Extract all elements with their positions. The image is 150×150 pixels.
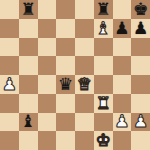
square-b7[interactable] [19,19,38,38]
white-queen[interactable]: ♛ [77,75,92,92]
square-e7[interactable] [75,19,94,38]
square-b4[interactable] [19,75,38,94]
square-f3[interactable]: ♜ [94,94,113,113]
square-h7[interactable]: ♟ [131,19,150,38]
square-g8[interactable] [113,0,132,19]
square-h3[interactable] [131,94,150,113]
white-king[interactable]: ♚ [96,132,111,149]
square-a5[interactable] [0,56,19,75]
black-rook[interactable]: ♜ [21,0,36,17]
black-pawn[interactable]: ♟ [133,19,148,36]
square-h6[interactable] [131,38,150,57]
square-b2[interactable]: ♝ [19,113,38,132]
square-g7[interactable]: ♟ [113,19,132,38]
square-a7[interactable] [0,19,19,38]
square-d8[interactable] [56,0,75,19]
square-d2[interactable] [56,113,75,132]
black-king[interactable]: ♚ [133,0,148,17]
white-pawn[interactable]: ♟ [114,113,129,130]
black-queen[interactable]: ♛ [58,75,73,92]
square-d5[interactable] [56,56,75,75]
square-c4[interactable] [38,75,57,94]
white-pawn[interactable]: ♟ [133,113,148,130]
square-h4[interactable] [131,75,150,94]
square-c5[interactable] [38,56,57,75]
chess-board: ♜♜♚♝♟♟♟♛♛♜♝♟♟♚ [0,0,150,150]
square-d1[interactable] [56,131,75,150]
square-h2[interactable]: ♟ [131,113,150,132]
square-e5[interactable] [75,56,94,75]
square-c3[interactable] [38,94,57,113]
square-c2[interactable] [38,113,57,132]
square-d3[interactable] [56,94,75,113]
square-e2[interactable] [75,113,94,132]
square-d7[interactable] [56,19,75,38]
square-c1[interactable] [38,131,57,150]
square-f5[interactable] [94,56,113,75]
square-a2[interactable] [0,113,19,132]
square-f1[interactable]: ♚ [94,131,113,150]
square-b3[interactable] [19,94,38,113]
square-f8[interactable]: ♜ [94,0,113,19]
square-h1[interactable] [131,131,150,150]
square-b5[interactable] [19,56,38,75]
square-d4[interactable]: ♛ [56,75,75,94]
square-g6[interactable] [113,38,132,57]
black-pawn[interactable]: ♟ [114,19,129,36]
square-h5[interactable] [131,56,150,75]
square-f2[interactable] [94,113,113,132]
square-b6[interactable] [19,38,38,57]
square-c7[interactable] [38,19,57,38]
square-g4[interactable] [113,75,132,94]
square-f7[interactable]: ♝ [94,19,113,38]
white-bishop[interactable]: ♝ [96,19,111,36]
square-b1[interactable] [19,131,38,150]
square-f6[interactable] [94,38,113,57]
square-e1[interactable] [75,131,94,150]
square-g2[interactable]: ♟ [113,113,132,132]
black-rook[interactable]: ♜ [96,0,111,17]
square-e3[interactable] [75,94,94,113]
square-f4[interactable] [94,75,113,94]
square-g1[interactable] [113,131,132,150]
square-d6[interactable] [56,38,75,57]
square-a8[interactable] [0,0,19,19]
square-e8[interactable] [75,0,94,19]
square-g5[interactable] [113,56,132,75]
square-c8[interactable] [38,0,57,19]
square-a3[interactable] [0,94,19,113]
square-g3[interactable] [113,94,132,113]
white-pawn[interactable]: ♟ [2,75,17,92]
square-b8[interactable]: ♜ [19,0,38,19]
black-bishop[interactable]: ♝ [21,113,36,130]
square-a1[interactable] [0,131,19,150]
white-rook[interactable]: ♜ [96,94,111,111]
square-e4[interactable]: ♛ [75,75,94,94]
square-a4[interactable]: ♟ [0,75,19,94]
square-a6[interactable] [0,38,19,57]
chess-board-container: ♜♜♚♝♟♟♟♛♛♜♝♟♟♚ [0,0,150,150]
square-c6[interactable] [38,38,57,57]
square-e6[interactable] [75,38,94,57]
square-h8[interactable]: ♚ [131,0,150,19]
